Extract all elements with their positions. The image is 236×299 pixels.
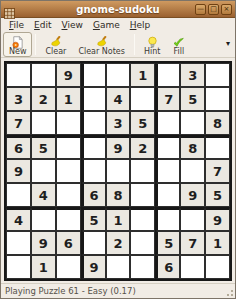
- cell-r4c2: 5: [31, 135, 56, 159]
- toolbar-separator: [35, 34, 36, 55]
- menu-file[interactable]: File: [4, 19, 29, 32]
- cell-r5c1: 9: [6, 159, 31, 183]
- cell-r5c7[interactable]: [155, 159, 180, 183]
- cell-r1c6: 1: [130, 63, 155, 87]
- cell-r8c2: 9: [31, 231, 56, 255]
- clear-button-label: Clear: [45, 47, 66, 56]
- menu-edit[interactable]: Edit: [29, 19, 56, 32]
- cell-r6c6[interactable]: [130, 183, 155, 207]
- cell-r1c1[interactable]: [6, 63, 31, 87]
- cell-r6c9: 5: [205, 183, 230, 207]
- menu-bar: File Edit View Game Help: [1, 18, 235, 32]
- cell-r8c9: 1: [205, 231, 230, 255]
- cell-r7c7[interactable]: [155, 207, 180, 231]
- fill-button-label: Fill: [174, 47, 185, 56]
- green-check-icon: [172, 34, 185, 47]
- cell-r9c1[interactable]: [6, 255, 31, 279]
- cell-r1c4[interactable]: [81, 63, 106, 87]
- cell-r6c7[interactable]: [155, 183, 180, 207]
- cell-r3c6: 5: [130, 111, 155, 135]
- cell-r9c9[interactable]: [205, 255, 230, 279]
- cell-r4c5: 9: [106, 135, 131, 159]
- cell-r8c8: 7: [180, 231, 205, 255]
- cell-r6c5: 8: [106, 183, 131, 207]
- cell-r1c2[interactable]: [31, 63, 56, 87]
- menu-game[interactable]: Game: [88, 19, 125, 32]
- cell-r2c6[interactable]: [130, 87, 155, 111]
- cell-r9c2: 1: [31, 255, 56, 279]
- cell-r5c3[interactable]: [56, 159, 81, 183]
- cell-r5c8[interactable]: [180, 159, 205, 183]
- cell-r1c7[interactable]: [155, 63, 180, 87]
- cell-r5c4[interactable]: [81, 159, 106, 183]
- cell-r3c5: 3: [106, 111, 131, 135]
- cell-r5c5[interactable]: [106, 159, 131, 183]
- cell-r6c3[interactable]: [56, 183, 81, 207]
- maximize-button[interactable]: □: [208, 4, 219, 15]
- cell-r3c1: 7: [6, 111, 31, 135]
- cell-r9c3[interactable]: [56, 255, 81, 279]
- cell-r3c8[interactable]: [180, 111, 205, 135]
- cell-r2c5: 4: [106, 87, 131, 111]
- hint-button-label: Hint: [144, 47, 160, 56]
- cell-r6c1[interactable]: [6, 183, 31, 207]
- cell-r4c6: 2: [130, 135, 155, 159]
- brush-icon: [49, 34, 62, 47]
- cell-r2c4[interactable]: [81, 87, 106, 111]
- menu-help[interactable]: Help: [125, 19, 156, 32]
- close-button[interactable]: ×: [221, 4, 232, 15]
- cell-r9c6[interactable]: [130, 255, 155, 279]
- clear-button[interactable]: Clear: [39, 32, 72, 57]
- cell-r7c3[interactable]: [56, 207, 81, 231]
- toolbar: New Clear Clear Notes: [1, 32, 235, 58]
- cell-r5c2[interactable]: [31, 159, 56, 183]
- hint-button[interactable]: Hint: [138, 32, 166, 57]
- resize-grip[interactable]: [223, 286, 233, 296]
- cell-r2c9[interactable]: [205, 87, 230, 111]
- new-button[interactable]: New: [3, 32, 32, 57]
- fill-button[interactable]: Fill: [166, 32, 191, 57]
- status-text: Playing Puzzle 61 - Easy (0.17): [5, 286, 136, 296]
- cell-r4c8: 8: [180, 135, 205, 159]
- title-bar[interactable]: gnome-sudoku — □ ×: [1, 1, 235, 18]
- clear-notes-button-label: Clear Notes: [78, 47, 125, 56]
- cell-r3c4[interactable]: [81, 111, 106, 135]
- cell-r4c9[interactable]: [205, 135, 230, 159]
- cell-r2c8: 5: [180, 87, 205, 111]
- cell-r1c9[interactable]: [205, 63, 230, 87]
- cell-r9c4: 9: [81, 255, 106, 279]
- cell-r6c8: 9: [180, 183, 205, 207]
- cell-r4c1: 6: [6, 135, 31, 159]
- cell-r8c7: 5: [155, 231, 180, 255]
- toolbar-separator: [134, 34, 135, 55]
- minimize-button[interactable]: —: [195, 4, 206, 15]
- cell-r7c2[interactable]: [31, 207, 56, 231]
- app-icon: [4, 4, 15, 15]
- cell-r7c4: 5: [81, 207, 106, 231]
- cell-r9c8[interactable]: [180, 255, 205, 279]
- cell-r2c3: 1: [56, 87, 81, 111]
- brush-icon: [95, 34, 108, 47]
- cell-r6c2: 4: [31, 183, 56, 207]
- cell-r1c8: 3: [180, 63, 205, 87]
- app-window: gnome-sudoku — □ × File Edit View Game H…: [0, 0, 236, 299]
- cell-r2c1: 3: [6, 87, 31, 111]
- cell-r2c2: 2: [31, 87, 56, 111]
- cell-r7c5: 1: [106, 207, 131, 231]
- cell-r6c4: 6: [81, 183, 106, 207]
- status-bar: Playing Puzzle 61 - Easy (0.17): [1, 283, 235, 298]
- cell-r3c2[interactable]: [31, 111, 56, 135]
- cell-r3c7[interactable]: [155, 111, 180, 135]
- cell-r4c4[interactable]: [81, 135, 106, 159]
- cell-r2c7: 7: [155, 87, 180, 111]
- cell-r8c5: 2: [106, 231, 131, 255]
- lightbulb-icon: [146, 34, 159, 47]
- cell-r5c6[interactable]: [130, 159, 155, 183]
- cell-r3c3[interactable]: [56, 111, 81, 135]
- cell-r8c4[interactable]: [81, 231, 106, 255]
- board-area: 91332147573586592897468954519962571196: [1, 58, 235, 283]
- cell-r8c6[interactable]: [130, 231, 155, 255]
- cell-r4c7[interactable]: [155, 135, 180, 159]
- cell-r1c5[interactable]: [106, 63, 131, 87]
- cell-r8c1[interactable]: [6, 231, 31, 255]
- new-button-label: New: [9, 47, 26, 56]
- cell-r8c3: 6: [56, 231, 81, 255]
- cell-r7c6[interactable]: [130, 207, 155, 231]
- cell-r9c5[interactable]: [106, 255, 131, 279]
- toolbar-overflow-button[interactable]: ▾: [224, 39, 233, 50]
- cell-r9c7: 6: [155, 255, 180, 279]
- cell-r7c8[interactable]: [180, 207, 205, 231]
- new-document-icon: [11, 34, 24, 47]
- cell-r3c9: 8: [205, 111, 230, 135]
- cell-r7c9: 9: [205, 207, 230, 231]
- cell-r7c1: 4: [6, 207, 31, 231]
- window-controls: — □ ×: [195, 4, 232, 15]
- clear-notes-button[interactable]: Clear Notes: [72, 32, 131, 57]
- menu-view[interactable]: View: [57, 19, 88, 32]
- sudoku-board: 91332147573586592897468954519962571196: [4, 61, 232, 281]
- cell-r4c3[interactable]: [56, 135, 81, 159]
- cell-r1c3: 9: [56, 63, 81, 87]
- cell-r5c9: 7: [205, 159, 230, 183]
